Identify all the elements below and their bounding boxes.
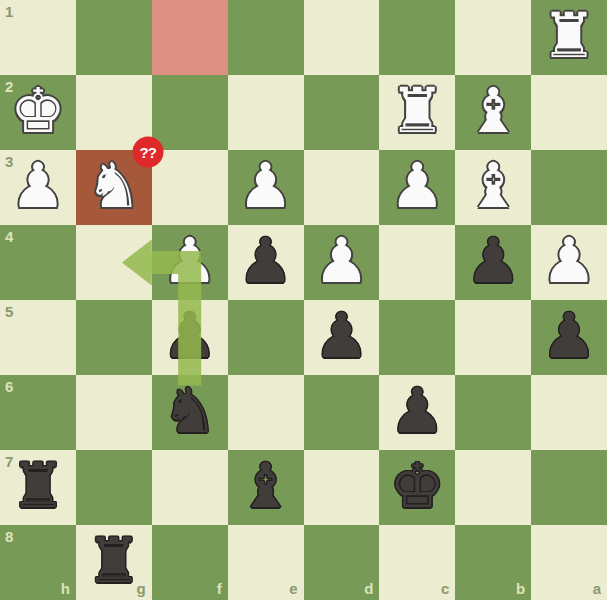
- rank-label-5: 5: [5, 304, 13, 319]
- file-label-h: h: [61, 581, 70, 596]
- square-h7[interactable]: 7♜: [0, 450, 76, 525]
- square-c1[interactable]: [379, 0, 455, 75]
- black-rook-g8[interactable]: ♜: [76, 523, 152, 598]
- square-b5[interactable]: [455, 300, 531, 375]
- rank-label-1: 1: [5, 4, 13, 19]
- square-b3[interactable]: ♝: [455, 150, 531, 225]
- black-pawn-f5[interactable]: ♟: [152, 298, 228, 373]
- square-h3[interactable]: 3♟: [0, 150, 76, 225]
- white-rook-c2[interactable]: ♜: [379, 73, 455, 148]
- square-d1[interactable]: [304, 0, 380, 75]
- file-label-f: f: [217, 581, 222, 596]
- square-b7[interactable]: [455, 450, 531, 525]
- square-g5[interactable]: [76, 300, 152, 375]
- square-a6[interactable]: [531, 375, 607, 450]
- white-pawn-d4[interactable]: ♟: [304, 223, 380, 298]
- square-e1[interactable]: [228, 0, 304, 75]
- black-pawn-b4[interactable]: ♟: [455, 223, 531, 298]
- file-label-a: a: [593, 581, 601, 596]
- square-b2[interactable]: ♝: [455, 75, 531, 150]
- square-g3[interactable]: ♞: [76, 150, 152, 225]
- square-b8[interactable]: b: [455, 525, 531, 600]
- black-bishop-e7[interactable]: ♝: [228, 448, 304, 523]
- square-e5[interactable]: [228, 300, 304, 375]
- square-g8[interactable]: g♜: [76, 525, 152, 600]
- square-c2[interactable]: ♜: [379, 75, 455, 150]
- square-h5[interactable]: 5: [0, 300, 76, 375]
- square-c8[interactable]: c: [379, 525, 455, 600]
- rank-label-8: 8: [5, 529, 13, 544]
- square-h1[interactable]: 1: [0, 0, 76, 75]
- square-a5[interactable]: ♟: [531, 300, 607, 375]
- square-c7[interactable]: ♚: [379, 450, 455, 525]
- square-g4[interactable]: [76, 225, 152, 300]
- square-e4[interactable]: ♟: [228, 225, 304, 300]
- square-d2[interactable]: [304, 75, 380, 150]
- square-a8[interactable]: a: [531, 525, 607, 600]
- white-bishop-b2[interactable]: ♝: [455, 73, 531, 148]
- square-f3[interactable]: [152, 150, 228, 225]
- white-knight-g3[interactable]: ♞: [76, 148, 152, 223]
- square-d6[interactable]: [304, 375, 380, 450]
- black-pawn-d5[interactable]: ♟: [304, 298, 380, 373]
- white-pawn-a4[interactable]: ♟: [531, 223, 607, 298]
- square-g6[interactable]: [76, 375, 152, 450]
- square-g7[interactable]: [76, 450, 152, 525]
- black-pawn-c6[interactable]: ♟: [379, 373, 455, 448]
- square-a1[interactable]: ♜: [531, 0, 607, 75]
- file-label-d: d: [364, 581, 373, 596]
- square-c3[interactable]: ♟: [379, 150, 455, 225]
- square-a4[interactable]: ♟: [531, 225, 607, 300]
- file-label-b: b: [516, 581, 525, 596]
- square-e7[interactable]: ♝: [228, 450, 304, 525]
- square-b4[interactable]: ♟: [455, 225, 531, 300]
- square-c5[interactable]: [379, 300, 455, 375]
- white-pawn-c3[interactable]: ♟: [379, 148, 455, 223]
- square-b6[interactable]: [455, 375, 531, 450]
- square-d5[interactable]: ♟: [304, 300, 380, 375]
- square-g2[interactable]: [76, 75, 152, 150]
- square-a2[interactable]: [531, 75, 607, 150]
- square-f8[interactable]: f: [152, 525, 228, 600]
- square-a3[interactable]: [531, 150, 607, 225]
- white-rook-a1[interactable]: ♜: [531, 0, 607, 73]
- square-f5[interactable]: ♟: [152, 300, 228, 375]
- square-f1[interactable]: [152, 0, 228, 75]
- square-a7[interactable]: [531, 450, 607, 525]
- square-h6[interactable]: 6: [0, 375, 76, 450]
- square-f4[interactable]: ♟: [152, 225, 228, 300]
- white-pawn-h3[interactable]: ♟: [0, 148, 76, 223]
- square-d3[interactable]: [304, 150, 380, 225]
- white-pawn-e3[interactable]: ♟: [228, 148, 304, 223]
- black-knight-f6[interactable]: ♞: [152, 373, 228, 448]
- square-e8[interactable]: e: [228, 525, 304, 600]
- square-d7[interactable]: [304, 450, 380, 525]
- square-h2[interactable]: 2♚: [0, 75, 76, 150]
- white-pawn-f4[interactable]: ♟: [152, 223, 228, 298]
- square-d8[interactable]: d: [304, 525, 380, 600]
- square-e2[interactable]: [228, 75, 304, 150]
- square-e3[interactable]: ♟: [228, 150, 304, 225]
- black-pawn-a5[interactable]: ♟: [531, 298, 607, 373]
- black-rook-h7[interactable]: ♜: [0, 448, 76, 523]
- rank-label-6: 6: [5, 379, 13, 394]
- square-f7[interactable]: [152, 450, 228, 525]
- rank-label-4: 4: [5, 229, 13, 244]
- chess-board: 1♜2♚♜♝3♟♞♟♟♝4♟♟♟♟♟5♟♟♟6♞♟7♜♝♚8hg♜fedcba …: [0, 0, 607, 600]
- square-c6[interactable]: ♟: [379, 375, 455, 450]
- white-king-h2[interactable]: ♚: [0, 73, 76, 148]
- square-h4[interactable]: 4: [0, 225, 76, 300]
- file-label-e: e: [289, 581, 297, 596]
- black-pawn-e4[interactable]: ♟: [228, 223, 304, 298]
- square-f2[interactable]: [152, 75, 228, 150]
- square-c4[interactable]: [379, 225, 455, 300]
- file-label-c: c: [441, 581, 449, 596]
- square-b1[interactable]: [455, 0, 531, 75]
- square-h8[interactable]: 8h: [0, 525, 76, 600]
- black-king-c7[interactable]: ♚: [379, 448, 455, 523]
- square-g1[interactable]: [76, 0, 152, 75]
- square-e6[interactable]: [228, 375, 304, 450]
- square-d4[interactable]: ♟: [304, 225, 380, 300]
- white-bishop-b3[interactable]: ♝: [455, 148, 531, 223]
- square-f6[interactable]: ♞: [152, 375, 228, 450]
